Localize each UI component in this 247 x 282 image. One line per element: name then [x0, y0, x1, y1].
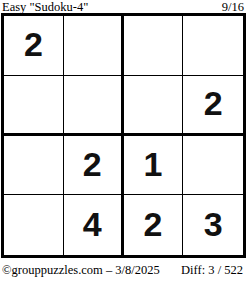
cell-r3c2[interactable]: 2: [64, 136, 124, 196]
cell-r3c4[interactable]: [183, 136, 243, 196]
cell-r1c1[interactable]: 2: [4, 16, 64, 76]
cell-r4c4[interactable]: 3: [183, 195, 243, 255]
cell-r1c4[interactable]: [183, 16, 243, 76]
cell-r2c2[interactable]: [64, 76, 124, 136]
cell-r3c3[interactable]: 1: [124, 136, 184, 196]
sudoku-board: 2 2 2 1 4 2 3: [1, 13, 246, 258]
footer: ©grouppuzzles.com – 3/8/2025 Diff: 3 / 5…: [0, 262, 247, 282]
cell-r4c1[interactable]: [4, 195, 64, 255]
header: Easy "Sudoku-4" 9/16: [0, 0, 247, 13]
cell-r1c2[interactable]: [64, 16, 124, 76]
cell-r2c4[interactable]: 2: [183, 76, 243, 136]
difficulty-rating: Diff: 3 / 522: [181, 263, 243, 278]
cell-r4c2[interactable]: 4: [64, 195, 124, 255]
cell-r1c3[interactable]: [124, 16, 184, 76]
cell-r4c3[interactable]: 2: [124, 195, 184, 255]
cell-r3c1[interactable]: [4, 136, 64, 196]
cell-r2c1[interactable]: [4, 76, 64, 136]
cell-r2c3[interactable]: [124, 76, 184, 136]
copyright-date: ©grouppuzzles.com – 3/8/2025: [2, 263, 160, 278]
